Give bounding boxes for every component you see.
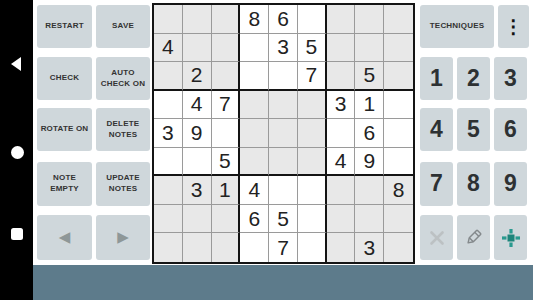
cell-r1c3[interactable] <box>212 5 241 34</box>
cell-r4c8[interactable]: 1 <box>355 91 384 120</box>
cell-r7c4[interactable]: 4 <box>240 176 269 205</box>
cell-r7c6[interactable] <box>298 176 327 205</box>
cell-r8c4[interactable]: 6 <box>240 205 269 234</box>
cell-r8c7[interactable] <box>327 205 356 234</box>
cell-r3c8[interactable]: 5 <box>355 62 384 91</box>
cell-r4c1[interactable] <box>154 91 183 120</box>
cell-r4c5[interactable] <box>269 91 298 120</box>
numpad-4[interactable]: 4 <box>420 108 453 151</box>
techniques-button[interactable]: TECHNIQUES <box>420 5 494 48</box>
cell-r4c9[interactable] <box>384 91 413 120</box>
bottom-bar <box>33 265 533 300</box>
cell-r7c8[interactable] <box>355 176 384 205</box>
cell-r2c1[interactable]: 4 <box>154 34 183 63</box>
cell-r8c9[interactable] <box>384 205 413 234</box>
cell-r7c1[interactable] <box>154 176 183 205</box>
pencil-icon <box>464 228 483 247</box>
cell-r3c1[interactable] <box>154 62 183 91</box>
cell-r9c6[interactable] <box>298 233 327 262</box>
cell-r8c8[interactable] <box>355 205 384 234</box>
cell-r9c4[interactable] <box>240 233 269 262</box>
cell-r7c3[interactable]: 1 <box>212 176 241 205</box>
note-empty-button[interactable]: NOTE EMPTY <box>37 162 92 206</box>
numpad-1[interactable]: 1 <box>420 57 453 100</box>
numpad-7[interactable]: 7 <box>420 162 453 206</box>
cell-r4c4[interactable] <box>240 91 269 120</box>
restart-button[interactable]: RESTART <box>37 5 92 48</box>
home-icon[interactable] <box>11 146 24 159</box>
vertical-ellipsis-icon: ⋮ <box>504 17 523 36</box>
sudoku-app: RESTART SAVE CHECK AUTO CHECK ON ROTATE … <box>0 0 533 300</box>
cell-r1c8[interactable] <box>355 5 384 34</box>
numpad-6[interactable]: 6 <box>494 108 527 151</box>
overflow-menu-button[interactable]: ⋮ <box>498 5 529 48</box>
cell-r2c8[interactable] <box>355 34 384 63</box>
auto-check-toggle[interactable]: AUTO CHECK ON <box>96 57 150 100</box>
cell-r9c2[interactable] <box>183 233 212 262</box>
cell-r6c7[interactable]: 4 <box>327 148 356 177</box>
cell-r7c7[interactable] <box>327 176 356 205</box>
cell-r2c7[interactable] <box>327 34 356 63</box>
back-icon[interactable] <box>11 57 21 71</box>
cell-r2c5[interactable]: 3 <box>269 34 298 63</box>
numpad-9[interactable]: 9 <box>494 162 527 206</box>
recents-icon[interactable] <box>11 228 23 240</box>
cell-r8c2[interactable] <box>183 205 212 234</box>
cell-r1c7[interactable] <box>327 5 356 34</box>
cell-r6c6[interactable] <box>298 148 327 177</box>
cell-r5c8[interactable]: 6 <box>355 119 384 148</box>
cell-r2c6[interactable]: 5 <box>298 34 327 63</box>
cell-r5c9[interactable] <box>384 119 413 148</box>
cell-r9c7[interactable] <box>327 233 356 262</box>
right-arrow-icon: ▶ <box>117 227 129 247</box>
cell-r6c9[interactable] <box>384 148 413 177</box>
cell-r6c2[interactable] <box>183 148 212 177</box>
cell-r2c4[interactable] <box>240 34 269 63</box>
cell-r2c2[interactable] <box>183 34 212 63</box>
cell-r7c9[interactable]: 8 <box>384 176 413 205</box>
cell-r1c5[interactable]: 6 <box>269 5 298 34</box>
check-button[interactable]: CHECK <box>37 57 92 100</box>
cell-r6c8[interactable]: 9 <box>355 148 384 177</box>
cell-r1c1[interactable] <box>154 5 183 34</box>
numpad-8[interactable]: 8 <box>457 162 490 206</box>
prev-button[interactable]: ◀ <box>37 215 92 260</box>
cell-r5c3[interactable] <box>212 119 241 148</box>
cell-r8c3[interactable] <box>212 205 241 234</box>
cell-r8c5[interactable]: 5 <box>269 205 298 234</box>
next-button[interactable]: ▶ <box>96 215 150 260</box>
clear-x-icon <box>428 229 446 247</box>
erase-button[interactable] <box>420 215 453 260</box>
cell-r5c2[interactable]: 9 <box>183 119 212 148</box>
sudoku-grid: 86435275473139654931486573 <box>152 3 415 264</box>
cell-r5c1[interactable]: 3 <box>154 119 183 148</box>
cell-r8c1[interactable] <box>154 205 183 234</box>
cell-r5c5[interactable] <box>269 119 298 148</box>
precision-select-button[interactable] <box>494 215 527 260</box>
numpad-5[interactable]: 5 <box>457 108 490 151</box>
cell-r6c1[interactable] <box>154 148 183 177</box>
cell-r3c3[interactable] <box>212 62 241 91</box>
cell-r2c3[interactable] <box>212 34 241 63</box>
precision-plus-icon <box>501 228 521 248</box>
cell-r5c4[interactable] <box>240 119 269 148</box>
cell-r3c9[interactable] <box>384 62 413 91</box>
rotate-toggle[interactable]: ROTATE ON <box>37 108 92 151</box>
save-button[interactable]: SAVE <box>96 5 150 48</box>
cell-r6c5[interactable] <box>269 148 298 177</box>
cell-r1c4[interactable]: 8 <box>240 5 269 34</box>
cell-r7c5[interactable] <box>269 176 298 205</box>
cell-r1c9[interactable] <box>384 5 413 34</box>
cell-r1c2[interactable] <box>183 5 212 34</box>
delete-notes-button[interactable]: DELETE NOTES <box>96 108 150 151</box>
cell-r3c6[interactable]: 7 <box>298 62 327 91</box>
android-nav-bar <box>0 0 33 300</box>
cell-r3c7[interactable] <box>327 62 356 91</box>
cell-r5c7[interactable] <box>327 119 356 148</box>
numpad-2[interactable]: 2 <box>457 57 490 100</box>
cell-r4c7[interactable]: 3 <box>327 91 356 120</box>
cell-r3c5[interactable] <box>269 62 298 91</box>
cell-r1c6[interactable] <box>298 5 327 34</box>
cell-r3c2[interactable]: 2 <box>183 62 212 91</box>
cell-r5c6[interactable] <box>298 119 327 148</box>
cell-r4c2[interactable]: 4 <box>183 91 212 120</box>
cell-r9c9[interactable] <box>384 233 413 262</box>
cell-r9c8[interactable]: 3 <box>355 233 384 262</box>
numpad-3[interactable]: 3 <box>494 57 527 100</box>
update-notes-button[interactable]: UPDATE NOTES <box>96 162 150 206</box>
cell-r4c3[interactable]: 7 <box>212 91 241 120</box>
cell-r3c4[interactable] <box>240 62 269 91</box>
cell-r2c9[interactable] <box>384 34 413 63</box>
cell-r4c6[interactable] <box>298 91 327 120</box>
cell-r9c5[interactable]: 7 <box>269 233 298 262</box>
cell-r7c2[interactable]: 3 <box>183 176 212 205</box>
left-arrow-icon: ◀ <box>59 227 71 247</box>
cell-r6c4[interactable] <box>240 148 269 177</box>
cell-r8c6[interactable] <box>298 205 327 234</box>
cell-r9c3[interactable] <box>212 233 241 262</box>
cell-r6c3[interactable]: 5 <box>212 148 241 177</box>
pencil-notes-button[interactable] <box>457 215 490 260</box>
cell-r9c1[interactable] <box>154 233 183 262</box>
